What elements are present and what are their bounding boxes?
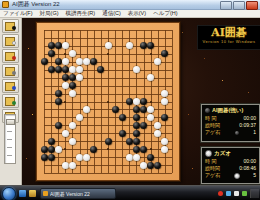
- taskbar: AI囲碁 Version 22: [0, 185, 260, 200]
- white-stone: [69, 66, 76, 73]
- black-stone: [69, 82, 76, 89]
- pass-icon: [12, 71, 16, 75]
- black-stone: [55, 66, 62, 73]
- black-stone: [55, 90, 62, 97]
- white-stone: [62, 42, 69, 49]
- black-stone: [147, 162, 154, 169]
- black-time: 00:00: [243, 115, 256, 122]
- white-stone: [83, 154, 90, 161]
- menu-view[interactable]: 表示(V): [128, 10, 146, 17]
- menu-replay[interactable]: 棋譜再生(R): [66, 10, 96, 17]
- white-total-time: 0:08:46: [239, 165, 256, 172]
- grid-line: [44, 125, 172, 126]
- white-stone: [62, 130, 69, 137]
- close-button[interactable]: [246, 1, 258, 10]
- white-stone: [69, 50, 76, 57]
- black-captures: 1: [253, 129, 256, 136]
- time-label: 時 間: [205, 115, 216, 122]
- hoshi-point: [107, 101, 109, 103]
- white-stone: [154, 58, 161, 65]
- black-stone: [55, 58, 62, 65]
- black-stone: [154, 162, 161, 169]
- window-title: AI囲碁 Version 22: [12, 0, 60, 9]
- menu-file[interactable]: ファイル(F): [3, 10, 33, 17]
- save-kifu-button[interactable]: [2, 49, 19, 63]
- quick-launch-browser-icon[interactable]: [19, 190, 26, 197]
- black-stone: [105, 138, 112, 145]
- white-player-name: カズオ: [214, 150, 231, 157]
- black-stone: [112, 106, 119, 113]
- black-stone: [140, 42, 147, 49]
- black-player-name: AI囲碁(強い): [212, 107, 243, 114]
- black-stone: [90, 58, 97, 65]
- black-stone: [147, 42, 154, 49]
- white-stone: [76, 114, 83, 121]
- hint-button[interactable]: [2, 79, 19, 93]
- white-stone: [76, 74, 83, 81]
- tray-network-icon[interactable]: [226, 191, 231, 196]
- open-kifu-button[interactable]: [2, 34, 19, 48]
- white-stone-icon: [205, 150, 212, 157]
- black-stone: [48, 138, 55, 145]
- menu-game[interactable]: 対局(G): [40, 10, 59, 17]
- white-stone: [62, 82, 69, 89]
- black-stone: [90, 146, 97, 153]
- white-stone: [161, 98, 168, 105]
- black-stone: [133, 146, 140, 153]
- black-stone: [119, 130, 126, 137]
- black-stone: [133, 138, 140, 145]
- record-icon: [12, 56, 16, 60]
- black-stone: [41, 58, 48, 65]
- black-stone-icon: [12, 26, 16, 30]
- count-icon: [12, 101, 16, 105]
- captured-black-stone-icon: [235, 131, 239, 135]
- title-bar[interactable]: AI囲碁 Version 22: [0, 0, 260, 10]
- white-stone: [140, 162, 147, 169]
- white-stone: [69, 90, 76, 97]
- go-board[interactable]: [36, 22, 180, 181]
- black-stone: [69, 74, 76, 81]
- captured-white-stone-icon: [234, 173, 240, 179]
- black-stone: [48, 50, 55, 57]
- black-stone: [62, 66, 69, 73]
- grid-line: [172, 30, 173, 173]
- time-label: 時 間: [205, 158, 216, 165]
- black-stone: [48, 66, 55, 73]
- captures-label: アゲ石: [205, 129, 220, 136]
- black-stone: [133, 114, 140, 121]
- white-stone: [147, 74, 154, 81]
- app-icon: [43, 191, 48, 196]
- tray-status-icon[interactable]: [242, 191, 247, 196]
- white-stone: [62, 162, 69, 169]
- black-stone: [140, 106, 147, 113]
- black-player-card: AI囲碁(強い) 時 間 00:00 総時間 0:09:37 アゲ石 1: [201, 104, 260, 142]
- screen: AI囲碁 Version 22 ファイル(F) 対局(G) 棋譜再生(R) 通信…: [0, 0, 260, 200]
- white-stone: [76, 66, 83, 73]
- black-stone: [48, 146, 55, 153]
- white-stone: [161, 90, 168, 97]
- captures-label: アゲ石: [205, 172, 220, 179]
- black-stone: [126, 98, 133, 105]
- black-stone: [133, 130, 140, 137]
- black-stone: [62, 74, 69, 81]
- taskbar-app-label: AI囲碁 Version 22: [50, 191, 90, 197]
- black-stone: [119, 114, 126, 121]
- grid-line: [115, 30, 116, 173]
- white-stone: [133, 98, 140, 105]
- white-stone: [126, 154, 133, 161]
- black-stone: [48, 42, 55, 49]
- white-stone: [55, 146, 62, 153]
- logo-subtitle: Version 10 for Windows: [198, 39, 260, 44]
- taskbar-app-button[interactable]: AI囲碁 Version 22: [40, 188, 116, 199]
- white-stone: [133, 66, 140, 73]
- white-stone: [105, 42, 112, 49]
- tray-alert-icon[interactable]: [218, 191, 223, 196]
- white-stone: [69, 138, 76, 145]
- grid-line: [122, 30, 123, 173]
- white-stone: [83, 106, 90, 113]
- logo-title: AI囲碁: [198, 26, 260, 39]
- hint-icon: [12, 86, 16, 90]
- white-stone: [147, 114, 154, 121]
- hoshi-point: [150, 101, 152, 103]
- white-stone: [62, 58, 69, 65]
- black-total-time: 0:09:37: [239, 122, 256, 129]
- app-icon: [2, 1, 9, 8]
- white-stone: [133, 154, 140, 161]
- start-button[interactable]: [2, 187, 16, 200]
- background-speckles: [22, 18, 23, 19]
- minimize-button[interactable]: [220, 1, 232, 10]
- black-stone-icon: [205, 108, 210, 113]
- quick-launch-folder-icon[interactable]: [29, 190, 36, 197]
- white-stone: [154, 130, 161, 137]
- black-stone: [140, 146, 147, 153]
- taskbar-clock[interactable]: [250, 189, 259, 198]
- hoshi-point: [107, 53, 109, 55]
- white-stone: [126, 42, 133, 49]
- white-stone: [147, 106, 154, 113]
- white-player-card: カズオ 時 間 00:00 総時間 0:08:46 アゲ石 5: [201, 147, 260, 184]
- total-time-label: 総時間: [205, 165, 220, 172]
- white-stone: [69, 122, 76, 129]
- black-stone: [126, 138, 133, 145]
- white-stone: [161, 146, 168, 153]
- count-button[interactable]: [2, 94, 19, 108]
- black-stone: [161, 114, 168, 121]
- menu-network[interactable]: 通信(C): [102, 10, 121, 17]
- left-toolbar: [0, 18, 22, 185]
- white-stone: [154, 122, 161, 129]
- white-stone: [76, 58, 83, 65]
- maximize-button[interactable]: [233, 1, 245, 10]
- total-time-label: 総時間: [205, 122, 220, 129]
- white-stone: [161, 138, 168, 145]
- black-stone: [55, 98, 62, 105]
- black-stone: [41, 146, 48, 153]
- menu-help[interactable]: ヘルプ(H): [153, 10, 178, 17]
- move-slider[interactable]: [4, 114, 16, 164]
- black-stone: [140, 122, 147, 129]
- hoshi-point: [150, 148, 152, 150]
- white-captures: 5: [253, 172, 256, 179]
- black-stone: [140, 98, 147, 105]
- black-stone: [147, 154, 154, 161]
- white-stone: [69, 162, 76, 169]
- black-stone: [41, 154, 48, 161]
- tray-volume-icon[interactable]: [234, 191, 239, 196]
- app-logo: AI囲碁 Version 10 for Windows: [197, 25, 260, 50]
- white-stone: [83, 58, 90, 65]
- black-stone: [161, 50, 168, 57]
- white-time: 00:00: [243, 158, 256, 165]
- black-stone: [48, 154, 55, 161]
- game-area: AI囲碁 Version 10 for Windows AI囲碁(強い) 時 間…: [22, 18, 260, 185]
- white-stone: [76, 154, 83, 161]
- menu-bar: ファイル(F) 対局(G) 棋譜再生(R) 通信(C) 表示(V) ヘルプ(H): [0, 10, 260, 18]
- app-window: AI囲碁 Version 22 ファイル(F) 対局(G) 棋譜再生(R) 通信…: [0, 0, 260, 185]
- black-stone: [55, 42, 62, 49]
- black-stone: [55, 122, 62, 129]
- black-stone: [97, 66, 104, 73]
- black-stone: [133, 122, 140, 129]
- grid-line: [158, 30, 159, 173]
- black-stone: [133, 106, 140, 113]
- grid-line: [44, 173, 172, 174]
- white-stone-icon: [12, 41, 16, 45]
- hoshi-point: [150, 53, 152, 55]
- new-game-button[interactable]: [2, 19, 19, 33]
- pass-button[interactable]: [2, 64, 19, 78]
- slider-thumb[interactable]: [6, 119, 15, 125]
